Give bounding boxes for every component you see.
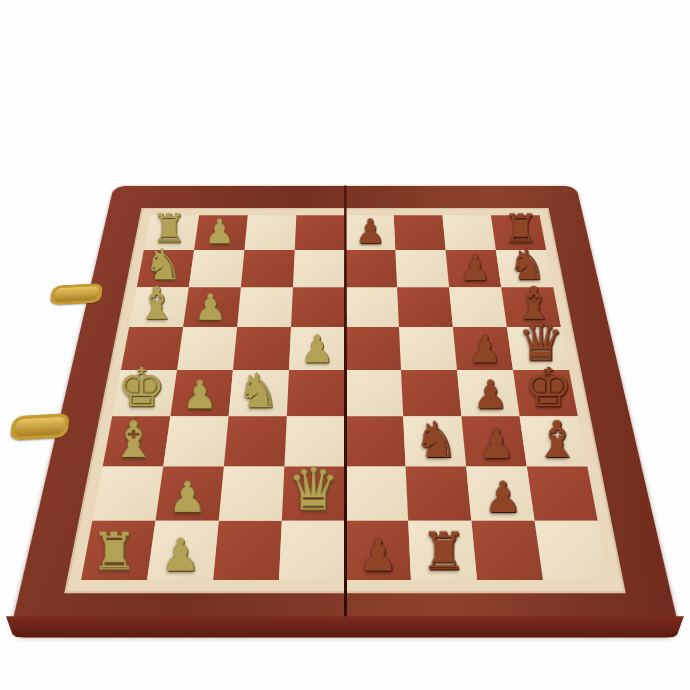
- copper-pawn: ♟: [459, 251, 491, 286]
- brass-pawn: ♟: [204, 215, 235, 249]
- square-e8: ♟: [345, 215, 395, 250]
- square-e1: ♟: [345, 521, 411, 580]
- square-a2: [92, 466, 163, 520]
- copper-pawn: ♟: [483, 476, 521, 519]
- copper-rook: ♜: [421, 526, 467, 578]
- square-e5: [345, 327, 401, 370]
- square-c2: [219, 466, 285, 520]
- square-e6: [345, 287, 399, 327]
- brass-clasp-handle-icon: [9, 413, 70, 441]
- square-g5: ♟: [453, 327, 513, 370]
- brass-pawn: ♟: [182, 375, 217, 414]
- square-f7: [395, 250, 449, 287]
- square-a3: ♝: [103, 416, 171, 466]
- square-c8: [244, 215, 296, 250]
- copper-king: ♚: [524, 361, 572, 415]
- square-c7: [241, 250, 295, 287]
- square-f3: ♞: [403, 416, 466, 466]
- brass-pawn: ♟: [160, 533, 200, 578]
- square-h2: [527, 466, 598, 520]
- square-e4: [345, 370, 403, 416]
- square-f1: ♜: [408, 521, 477, 580]
- copper-pawn: ♟: [478, 423, 515, 464]
- square-f6: [397, 287, 453, 327]
- square-d5: ♟: [289, 327, 345, 370]
- square-b4: ♟: [170, 370, 233, 416]
- square-c3: [224, 416, 287, 466]
- square-g2: ♟: [466, 466, 534, 520]
- square-g8: [442, 215, 496, 250]
- square-b1: ♟: [147, 521, 219, 580]
- square-b7: [189, 250, 245, 287]
- square-g4: ♟: [457, 370, 520, 416]
- copper-pawn: ♟: [473, 375, 508, 414]
- board-front-edge: [6, 616, 684, 637]
- brass-queen: ♛: [287, 460, 340, 519]
- square-d7: [293, 250, 345, 287]
- chess-set-photo: ♜♟♟♜♞♟♞♝♟♝♟♟♛♚♟♞♟♚♝♞♟♝♟♛♟♜♟♟♜: [0, 0, 690, 690]
- square-b6: ♟: [183, 287, 241, 327]
- brass-bishop: ♝: [136, 280, 177, 325]
- brass-clasp-handle-icon: [49, 283, 103, 305]
- brass-pawn: ♟: [300, 330, 334, 368]
- square-g1: [471, 521, 543, 580]
- square-f2: [406, 466, 472, 520]
- brass-pawn: ♟: [194, 289, 227, 326]
- copper-pawn: ♟: [358, 533, 398, 578]
- square-d2: ♛: [282, 466, 345, 520]
- square-e7: [345, 250, 397, 287]
- brass-king: ♚: [117, 361, 165, 415]
- square-g7: ♟: [446, 250, 502, 287]
- square-f8: [394, 215, 446, 250]
- square-c1: [213, 521, 282, 580]
- square-d4: [287, 370, 345, 416]
- square-a1: ♜: [81, 521, 155, 580]
- brass-bishop: ♝: [110, 414, 156, 465]
- chess-board: ♜♟♟♜♞♟♞♝♟♝♟♟♛♚♟♞♟♚♝♞♟♝♟♛♟♜♟♟♜: [9, 186, 682, 637]
- square-b8: ♟: [194, 215, 248, 250]
- square-a6: ♝: [129, 287, 189, 327]
- copper-bishop: ♝: [534, 414, 580, 465]
- copper-pawn: ♟: [355, 215, 386, 249]
- square-f4: [401, 370, 461, 416]
- brass-pawn: ♟: [168, 476, 206, 519]
- square-e2: [345, 466, 408, 520]
- square-d1: [279, 521, 345, 580]
- brass-rook: ♜: [91, 526, 137, 578]
- square-g6: [449, 287, 507, 327]
- square-b3: [163, 416, 228, 466]
- square-f5: [399, 327, 457, 370]
- square-c4: ♞: [229, 370, 289, 416]
- square-b2: ♟: [155, 466, 223, 520]
- square-h3: ♝: [520, 416, 588, 466]
- square-d6: [291, 287, 345, 327]
- square-d8: [295, 215, 345, 250]
- copper-pawn: ♟: [468, 330, 502, 368]
- brass-knight: ♞: [236, 367, 279, 415]
- copper-knight: ♞: [413, 415, 458, 465]
- square-c6: [237, 287, 293, 327]
- square-b5: [177, 327, 237, 370]
- square-h1: [535, 521, 609, 580]
- square-g3: ♟: [461, 416, 526, 466]
- square-e3: [345, 416, 406, 466]
